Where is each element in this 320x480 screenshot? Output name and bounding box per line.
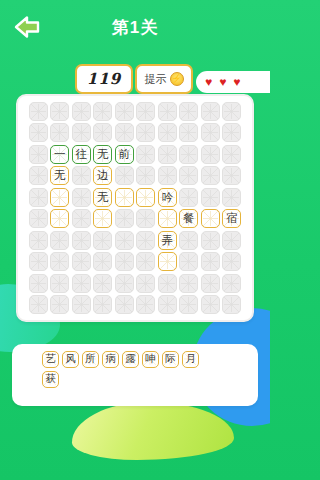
board-cell-blank-slot[interactable]: [93, 209, 112, 228]
board-cell-empty: [93, 252, 112, 271]
board-cell-char: 无: [54, 170, 66, 182]
board-cell-empty: [72, 123, 91, 142]
board-cell-empty: [29, 274, 48, 293]
board-cell-solved: 无: [93, 145, 112, 164]
board-cell-char: 边: [97, 170, 109, 182]
board-cell-char: 前: [119, 149, 131, 161]
board-cell-empty: [179, 231, 198, 250]
board-cell-char: 一: [54, 149, 66, 161]
board-cell-empty: [201, 102, 220, 121]
board-cell-empty: [29, 188, 48, 207]
screen: { "app": { "title": "第1关" }, "hud": { "s…: [0, 0, 270, 480]
board-cell-empty: [93, 102, 112, 121]
board-cell-empty: [72, 295, 91, 314]
tray-tile-char: 月: [185, 354, 196, 365]
board-cell-empty: [29, 252, 48, 271]
board-cell-empty: [136, 209, 155, 228]
board-cell-empty: [201, 123, 220, 142]
board-cell-solved: 前: [115, 145, 134, 164]
board-cell-empty: [29, 123, 48, 142]
board-cell-blank-slot[interactable]: [50, 209, 69, 228]
board-cell-empty: [222, 145, 241, 164]
board-cell-empty: [72, 231, 91, 250]
heart-icon: ♥: [219, 76, 226, 88]
board-cell-char: 无: [97, 149, 109, 161]
board-cell-empty: [50, 123, 69, 142]
board-cell-empty: [158, 145, 177, 164]
board-cell-empty: [136, 145, 155, 164]
board-cell-empty: [222, 166, 241, 185]
tray-tile-char: 艺: [45, 354, 56, 365]
board-cell-empty: [136, 166, 155, 185]
board-cell-empty: [222, 188, 241, 207]
board-cell-empty: [29, 166, 48, 185]
board-cell-empty: [115, 252, 134, 271]
board-cell-filled[interactable]: 餐: [179, 209, 198, 228]
board-cell-empty: [201, 252, 220, 271]
board-cell-empty: [115, 274, 134, 293]
hint-label: 提示: [145, 72, 167, 87]
hint-button[interactable]: 提示 ⚡: [135, 64, 193, 94]
tray-tile-char: 际: [165, 354, 176, 365]
board-cell-empty: [201, 295, 220, 314]
board-cell-empty: [50, 274, 69, 293]
tray-tile[interactable]: 风: [62, 351, 79, 368]
board-cell-empty: [179, 102, 198, 121]
board-cell-empty: [222, 295, 241, 314]
board-cell-empty: [29, 295, 48, 314]
tray-tile[interactable]: 际: [162, 351, 179, 368]
board-cell-empty: [50, 252, 69, 271]
board-cell-blank-slot[interactable]: [50, 188, 69, 207]
tray-tile-char: 风: [65, 354, 76, 365]
board-panel: 一往无前无边无吟餐宿弄: [16, 94, 254, 322]
board-cell-blank-slot[interactable]: [136, 188, 155, 207]
board-cell-blank-slot[interactable]: [158, 252, 177, 271]
board-cell-empty: [115, 231, 134, 250]
board-cell-empty: [222, 252, 241, 271]
tray-tile-char: 获: [45, 374, 56, 385]
board-cell-empty: [222, 274, 241, 293]
board-cell-empty: [72, 102, 91, 121]
board-cell-empty: [222, 102, 241, 121]
board-cell-char: 餐: [183, 213, 195, 225]
board-cell-empty: [158, 102, 177, 121]
board-cell-empty: [72, 188, 91, 207]
board-cell-solved: 往: [72, 145, 91, 164]
board-cell-empty: [93, 123, 112, 142]
board-cell-empty: [136, 295, 155, 314]
tray-tile[interactable]: 呻: [142, 351, 159, 368]
board-cell-empty: [201, 188, 220, 207]
hearts-tray: ♥♥♥: [196, 71, 270, 93]
board-cell-empty: [93, 231, 112, 250]
board-cell-empty: [72, 252, 91, 271]
board-cell-empty: [158, 274, 177, 293]
board-cell-empty: [179, 295, 198, 314]
board-cell-empty: [136, 102, 155, 121]
board-cell-empty: [201, 231, 220, 250]
lightbulb-icon: ⚡: [170, 72, 184, 86]
back-button[interactable]: [12, 14, 42, 42]
board-cell-filled[interactable]: 弄: [158, 231, 177, 250]
board-cell-blank-slot[interactable]: [115, 188, 134, 207]
board-cell-empty: [93, 274, 112, 293]
board-cell-empty: [179, 166, 198, 185]
tray-tile[interactable]: 艺: [42, 351, 59, 368]
tray-tile[interactable]: 获: [42, 371, 59, 388]
board-cell-char: 往: [76, 149, 88, 161]
tray-tile-char: 所: [85, 354, 96, 365]
board-cell-empty: [93, 295, 112, 314]
board-cell-filled[interactable]: 边: [93, 166, 112, 185]
board-cell-empty: [115, 295, 134, 314]
board-cell-filled[interactable]: 宿: [222, 209, 241, 228]
board-cell-empty: [158, 123, 177, 142]
board-cell-blank-slot[interactable]: [158, 209, 177, 228]
board-cell-empty: [72, 166, 91, 185]
board-cell-empty: [158, 166, 177, 185]
board-cell-char: 弄: [162, 235, 174, 247]
tray-tile-char: 呻: [145, 354, 156, 365]
tray-panel: 艺风所病露呻际月获: [12, 344, 258, 406]
board-cell-char: 吟: [162, 192, 174, 204]
score-box: 119: [75, 64, 133, 94]
board-cell-empty: [136, 274, 155, 293]
tray-tile[interactable]: 月: [182, 351, 199, 368]
board-cell-filled[interactable]: 无: [50, 166, 69, 185]
board-cell-empty: [29, 231, 48, 250]
board-cell-empty: [179, 123, 198, 142]
tray-row: 获: [42, 371, 258, 388]
board-cell-empty: [115, 209, 134, 228]
board-cell-empty: [179, 145, 198, 164]
board-cell-empty: [222, 231, 241, 250]
tray-tile-char: 病: [105, 354, 116, 365]
heart-icon: ♥: [233, 76, 240, 88]
board-cell-empty: [158, 295, 177, 314]
tray-tile[interactable]: 所: [82, 351, 99, 368]
board-cell-empty: [222, 123, 241, 142]
board-cell-empty: [179, 188, 198, 207]
board-cell-empty: [29, 209, 48, 228]
board-cell-empty: [115, 166, 134, 185]
board-cell-empty: [136, 231, 155, 250]
tray-tile-char: 露: [125, 354, 136, 365]
board-cell-blank-slot[interactable]: [201, 209, 220, 228]
board-cell-empty: [115, 102, 134, 121]
board-cell-empty: [201, 274, 220, 293]
board-cell-empty: [115, 123, 134, 142]
board-cell-solved: 一: [50, 145, 69, 164]
arrow-left-icon: [13, 28, 41, 43]
board-cell-empty: [201, 145, 220, 164]
board-cell-empty: [50, 231, 69, 250]
board-cell-filled[interactable]: 吟: [158, 188, 177, 207]
board-cell-empty: [136, 123, 155, 142]
board-cell-empty: [72, 274, 91, 293]
tray-tile[interactable]: 露: [122, 351, 139, 368]
board-cell-empty: [29, 102, 48, 121]
tray-row: 艺风所病露呻际月: [42, 351, 258, 368]
board-grid: 一往无前无边无吟餐宿弄: [18, 96, 252, 320]
board-cell-char: 宿: [226, 213, 238, 225]
board-cell-empty: [179, 252, 198, 271]
board-cell-empty: [72, 209, 91, 228]
board-cell-char: 无: [97, 192, 109, 204]
board-cell-empty: [201, 166, 220, 185]
board-cell-empty: [50, 295, 69, 314]
decor-blob-lime: [72, 402, 234, 460]
score-value: 119: [87, 70, 121, 88]
board-cell-empty: [136, 252, 155, 271]
board-cell-empty: [29, 145, 48, 164]
heart-icon: ♥: [205, 76, 212, 88]
board-cell-empty: [50, 102, 69, 121]
board-cell-empty: [179, 274, 198, 293]
tray-tile[interactable]: 病: [102, 351, 119, 368]
board-cell-filled[interactable]: 无: [93, 188, 112, 207]
